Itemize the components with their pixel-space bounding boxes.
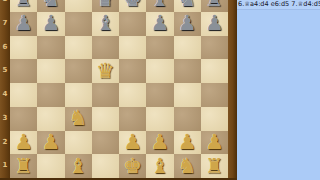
square-a6[interactable] bbox=[10, 36, 37, 60]
piece-white-b-c1[interactable]: ♝ bbox=[69, 155, 88, 178]
square-d5[interactable]: ♛ bbox=[92, 59, 119, 83]
square-e2[interactable]: ♟ bbox=[119, 131, 146, 155]
rank-label-7: 7 bbox=[0, 12, 10, 36]
square-g3[interactable] bbox=[174, 107, 201, 131]
rank-label-2: 2 bbox=[0, 131, 10, 155]
square-c7[interactable] bbox=[65, 12, 92, 36]
square-d4[interactable] bbox=[92, 83, 119, 107]
piece-white-p-h2[interactable]: ♟ bbox=[205, 131, 224, 154]
piece-white-p-f2[interactable]: ♟ bbox=[150, 131, 169, 154]
square-h6[interactable] bbox=[201, 36, 228, 60]
piece-white-p-e2[interactable]: ♟ bbox=[123, 131, 142, 154]
square-b1[interactable] bbox=[37, 154, 64, 178]
square-d2[interactable] bbox=[92, 131, 119, 155]
square-e8[interactable]: ♚ bbox=[119, 0, 146, 12]
move-list-panel: 6.♕a4:d4 e6:d5 7.♕d4:d5 bbox=[237, 0, 320, 180]
piece-white-b-f1[interactable]: ♝ bbox=[150, 155, 169, 178]
piece-black-p-f7[interactable]: ♟ bbox=[150, 12, 169, 35]
square-c8[interactable] bbox=[65, 0, 92, 12]
piece-black-n-b8[interactable]: ♞ bbox=[41, 0, 60, 11]
piece-black-p-h7[interactable]: ♟ bbox=[205, 12, 224, 35]
move-entry-line[interactable]: 6.♕a4:d4 e6:d5 7.♕d4:d5 bbox=[237, 0, 320, 10]
square-b2[interactable]: ♟ bbox=[37, 131, 64, 155]
square-d7[interactable]: ♝ bbox=[92, 12, 119, 36]
square-f5[interactable] bbox=[146, 59, 173, 83]
piece-white-n-g1[interactable]: ♞ bbox=[178, 155, 197, 178]
piece-white-p-a2[interactable]: ♟ bbox=[14, 131, 33, 154]
square-g5[interactable] bbox=[174, 59, 201, 83]
square-c5[interactable] bbox=[65, 59, 92, 83]
piece-black-p-a7[interactable]: ♟ bbox=[14, 12, 33, 35]
square-c1[interactable]: ♝ bbox=[65, 154, 92, 178]
square-g8[interactable]: ♞ bbox=[174, 0, 201, 12]
rank-labels-strip: 87654321 bbox=[0, 0, 10, 180]
square-h4[interactable] bbox=[201, 83, 228, 107]
piece-black-k-e8[interactable]: ♚ bbox=[123, 0, 142, 11]
rank-label-6: 6 bbox=[0, 36, 10, 60]
square-f1[interactable]: ♝ bbox=[146, 154, 173, 178]
chess-board-area: ♜♞♛♚♝♞♜♟♟♝♟♟♟♛♞♟♟♟♟♟♟♜♝♚♝♞♜ 87654321 bbox=[0, 0, 237, 180]
square-c3[interactable]: ♞ bbox=[65, 107, 92, 131]
square-a3[interactable] bbox=[10, 107, 37, 131]
square-g4[interactable] bbox=[174, 83, 201, 107]
chess-board[interactable]: ♜♞♛♚♝♞♜♟♟♝♟♟♟♛♞♟♟♟♟♟♟♜♝♚♝♞♜ bbox=[10, 0, 228, 178]
piece-white-r-h1[interactable]: ♜ bbox=[205, 155, 224, 178]
square-f3[interactable] bbox=[146, 107, 173, 131]
square-d8[interactable]: ♛ bbox=[92, 0, 119, 12]
square-c4[interactable] bbox=[65, 83, 92, 107]
square-g7[interactable]: ♟ bbox=[174, 12, 201, 36]
square-e6[interactable] bbox=[119, 36, 146, 60]
rank-label-1: 1 bbox=[0, 154, 10, 178]
piece-white-p-b2[interactable]: ♟ bbox=[41, 131, 60, 154]
piece-white-r-a1[interactable]: ♜ bbox=[14, 155, 33, 178]
piece-white-p-g2[interactable]: ♟ bbox=[178, 131, 197, 154]
move-notation-text: 6.♕a4:d4 e6:d5 7.♕d4:d5 bbox=[238, 0, 320, 9]
square-d6[interactable] bbox=[92, 36, 119, 60]
square-e4[interactable] bbox=[119, 83, 146, 107]
square-b4[interactable] bbox=[37, 83, 64, 107]
rank-label-8: 8 bbox=[0, 0, 10, 12]
square-b6[interactable] bbox=[37, 36, 64, 60]
piece-black-p-g7[interactable]: ♟ bbox=[178, 12, 197, 35]
square-e7[interactable] bbox=[119, 12, 146, 36]
square-f7[interactable]: ♟ bbox=[146, 12, 173, 36]
square-b7[interactable]: ♟ bbox=[37, 12, 64, 36]
square-a5[interactable] bbox=[10, 59, 37, 83]
rank-label-5: 5 bbox=[0, 59, 10, 83]
piece-black-b-d7[interactable]: ♝ bbox=[96, 12, 115, 35]
piece-black-n-g8[interactable]: ♞ bbox=[178, 0, 197, 11]
board-bottom-edge bbox=[0, 178, 237, 180]
square-h8[interactable]: ♜ bbox=[201, 0, 228, 12]
rank-label-3: 3 bbox=[0, 107, 10, 131]
square-h2[interactable]: ♟ bbox=[201, 131, 228, 155]
square-a4[interactable] bbox=[10, 83, 37, 107]
square-h5[interactable] bbox=[201, 59, 228, 83]
square-b5[interactable] bbox=[37, 59, 64, 83]
square-e1[interactable]: ♚ bbox=[119, 154, 146, 178]
chess-app-window: ♜♞♛♚♝♞♜♟♟♝♟♟♟♛♞♟♟♟♟♟♟♜♝♚♝♞♜ 87654321 6.♕… bbox=[0, 0, 320, 180]
square-a7[interactable]: ♟ bbox=[10, 12, 37, 36]
square-f6[interactable] bbox=[146, 36, 173, 60]
square-h3[interactable] bbox=[201, 107, 228, 131]
square-a8[interactable]: ♜ bbox=[10, 0, 37, 12]
square-e5[interactable] bbox=[119, 59, 146, 83]
piece-white-q-d5[interactable]: ♛ bbox=[96, 60, 115, 83]
square-g2[interactable]: ♟ bbox=[174, 131, 201, 155]
square-e3[interactable] bbox=[119, 107, 146, 131]
board-right-edge bbox=[228, 0, 237, 180]
square-c2[interactable] bbox=[65, 131, 92, 155]
square-b3[interactable] bbox=[37, 107, 64, 131]
square-a1[interactable]: ♜ bbox=[10, 154, 37, 178]
piece-black-r-h8[interactable]: ♜ bbox=[205, 0, 224, 11]
square-b8[interactable]: ♞ bbox=[37, 0, 64, 12]
square-g1[interactable]: ♞ bbox=[174, 154, 201, 178]
piece-white-k-e1[interactable]: ♚ bbox=[123, 155, 142, 178]
square-a2[interactable]: ♟ bbox=[10, 131, 37, 155]
square-d1[interactable] bbox=[92, 154, 119, 178]
piece-white-n-c3[interactable]: ♞ bbox=[69, 107, 88, 130]
piece-black-b-f8[interactable]: ♝ bbox=[150, 0, 169, 11]
rank-label-4: 4 bbox=[0, 83, 10, 107]
piece-black-q-d8[interactable]: ♛ bbox=[96, 0, 115, 11]
square-h7[interactable]: ♟ bbox=[201, 12, 228, 36]
square-h1[interactable]: ♜ bbox=[201, 154, 228, 178]
piece-black-p-b7[interactable]: ♟ bbox=[41, 12, 60, 35]
square-f2[interactable]: ♟ bbox=[146, 131, 173, 155]
square-c6[interactable] bbox=[65, 36, 92, 60]
square-f4[interactable] bbox=[146, 83, 173, 107]
square-f8[interactable]: ♝ bbox=[146, 0, 173, 12]
square-g6[interactable] bbox=[174, 36, 201, 60]
piece-black-r-a8[interactable]: ♜ bbox=[14, 0, 33, 11]
square-d3[interactable] bbox=[92, 107, 119, 131]
